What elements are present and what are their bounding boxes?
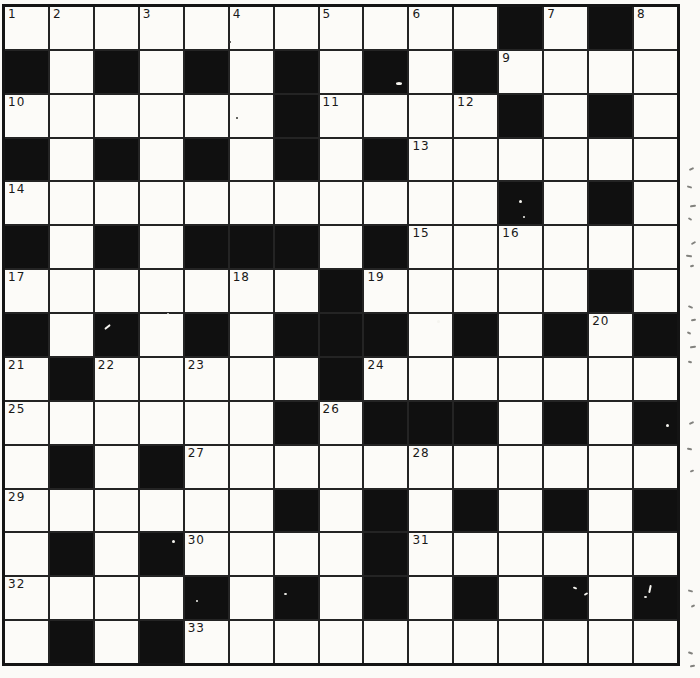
cell-r2c10[interactable] xyxy=(409,51,452,93)
scan-mark xyxy=(689,167,694,171)
scan-dot xyxy=(229,41,231,43)
scan-speck xyxy=(167,313,169,315)
cell-r15c12[interactable] xyxy=(499,621,542,663)
cell-r8c7 xyxy=(275,314,318,356)
cell-r1c13[interactable]: 7 xyxy=(544,7,587,49)
cell-r15c10[interactable] xyxy=(409,621,452,663)
scan-speck xyxy=(519,200,522,203)
cell-r1c4[interactable]: 3 xyxy=(140,7,183,49)
cell-r3c6[interactable] xyxy=(230,95,273,137)
cell-r4c12[interactable] xyxy=(499,139,542,181)
crossword-board: 1234567891011121314151617181920212223242… xyxy=(2,4,680,666)
cell-r11c3[interactable] xyxy=(95,446,138,488)
cell-r1c9[interactable] xyxy=(364,7,407,49)
cell-r3c4[interactable] xyxy=(140,95,183,137)
cell-r12c3[interactable] xyxy=(95,490,138,532)
clue-number: 28 xyxy=(412,447,429,460)
scan-mark xyxy=(691,319,696,322)
scan-mark xyxy=(687,448,692,451)
cell-r5c15[interactable] xyxy=(634,182,677,224)
cell-r14c6[interactable] xyxy=(230,577,273,619)
scan-speck xyxy=(437,320,440,323)
scan-mark xyxy=(687,185,692,188)
cell-r14c10[interactable] xyxy=(409,577,452,619)
clue-number: 23 xyxy=(188,359,205,372)
cell-r12c1[interactable]: 29 xyxy=(5,490,48,532)
clue-number: 6 xyxy=(412,8,421,21)
cell-r7c11[interactable] xyxy=(454,270,497,312)
clue-number: 21 xyxy=(8,359,25,372)
cell-r5c10[interactable] xyxy=(409,182,452,224)
cell-r3c3[interactable] xyxy=(95,95,138,137)
cell-r7c9[interactable]: 19 xyxy=(364,270,407,312)
cell-r14c3[interactable] xyxy=(95,577,138,619)
cell-r5c4[interactable] xyxy=(140,182,183,224)
cell-r8c4[interactable] xyxy=(140,314,183,356)
cell-r12c10[interactable] xyxy=(409,490,452,532)
cell-r14c2[interactable] xyxy=(50,577,93,619)
clue-number: 13 xyxy=(412,140,429,153)
cell-r2c5 xyxy=(185,51,228,93)
cell-r5c6[interactable] xyxy=(230,182,273,224)
clue-number: 27 xyxy=(188,447,205,460)
scan-mark xyxy=(690,204,696,207)
cell-r2c14[interactable] xyxy=(589,51,632,93)
cell-r7c8 xyxy=(320,270,363,312)
cell-r1c7[interactable] xyxy=(275,7,318,49)
cell-r12c4[interactable] xyxy=(140,490,183,532)
cell-r15c6[interactable] xyxy=(230,621,273,663)
cell-r12c15 xyxy=(634,490,677,532)
cell-r2c3 xyxy=(95,51,138,93)
cell-r6c8[interactable] xyxy=(320,226,363,268)
cell-r8c14[interactable]: 20 xyxy=(589,314,632,356)
clue-number: 30 xyxy=(188,534,205,547)
cell-r1c11[interactable] xyxy=(454,7,497,49)
cell-r8c1 xyxy=(5,314,48,356)
cell-r4c5 xyxy=(185,139,228,181)
cell-r9c6[interactable] xyxy=(230,358,273,400)
cell-r10c2[interactable] xyxy=(50,402,93,444)
clue-number: 3 xyxy=(143,8,152,21)
cell-r8c6[interactable] xyxy=(230,314,273,356)
cell-r10c12[interactable] xyxy=(499,402,542,444)
cell-r15c9[interactable] xyxy=(364,621,407,663)
cell-r11c14[interactable] xyxy=(589,446,632,488)
cell-r8c9 xyxy=(364,314,407,356)
cell-r13c12[interactable] xyxy=(499,533,542,575)
cell-r13c1[interactable] xyxy=(5,533,48,575)
cell-r10c10 xyxy=(409,402,452,444)
cell-r13c10[interactable]: 31 xyxy=(409,533,452,575)
cell-r6c1 xyxy=(5,226,48,268)
scan-mark xyxy=(686,255,692,258)
cell-r9c3[interactable]: 22 xyxy=(95,358,138,400)
scan-mark xyxy=(690,469,694,472)
scan-speck xyxy=(196,600,198,602)
scan-mark xyxy=(688,217,692,221)
cell-r6c9 xyxy=(364,226,407,268)
clue-number: 8 xyxy=(637,8,646,21)
clue-number: 24 xyxy=(367,359,384,372)
cell-r4c2[interactable] xyxy=(50,139,93,181)
cell-r2c2[interactable] xyxy=(50,51,93,93)
cell-r6c15[interactable] xyxy=(634,226,677,268)
scan-mark xyxy=(690,264,694,267)
cell-r5c2[interactable] xyxy=(50,182,93,224)
clue-number: 32 xyxy=(8,578,25,591)
cell-r5c9[interactable] xyxy=(364,182,407,224)
cell-r11c8[interactable] xyxy=(320,446,363,488)
cell-r9c8 xyxy=(320,358,363,400)
cell-r3c5[interactable] xyxy=(185,95,228,137)
clue-number: 10 xyxy=(8,96,25,109)
scan-speck xyxy=(523,216,525,218)
cell-r11c4 xyxy=(140,446,183,488)
cell-r1c5[interactable] xyxy=(185,7,228,49)
clue-number: 12 xyxy=(457,96,474,109)
cell-r7c7[interactable] xyxy=(275,270,318,312)
clue-number: 31 xyxy=(412,534,429,547)
scan-dot xyxy=(236,117,238,119)
cell-r10c11 xyxy=(454,402,497,444)
cell-r12c11 xyxy=(454,490,497,532)
cell-r12c5[interactable] xyxy=(185,490,228,532)
cell-r5c8[interactable] xyxy=(320,182,363,224)
cell-r14c9 xyxy=(364,577,407,619)
cell-r15c2 xyxy=(50,621,93,663)
cell-r10c6[interactable] xyxy=(230,402,273,444)
scan-mark xyxy=(688,360,692,363)
cell-r13c13[interactable] xyxy=(544,533,587,575)
cell-r10c4[interactable] xyxy=(140,402,183,444)
cell-r9c5[interactable]: 23 xyxy=(185,358,228,400)
cell-r3c9[interactable] xyxy=(364,95,407,137)
scan-speck xyxy=(666,424,669,427)
cell-r8c8 xyxy=(320,314,363,356)
cell-r2c12[interactable]: 9 xyxy=(499,51,542,93)
cell-r6c13[interactable] xyxy=(544,226,587,268)
cell-r12c13 xyxy=(544,490,587,532)
cell-r1c14 xyxy=(589,7,632,49)
clue-number: 22 xyxy=(98,359,115,372)
scan-speck xyxy=(644,596,647,598)
cell-r15c4 xyxy=(140,621,183,663)
cell-r13c15[interactable] xyxy=(634,533,677,575)
cell-r4c7 xyxy=(275,139,318,181)
cell-r6c14[interactable] xyxy=(589,226,632,268)
cell-r2c6[interactable] xyxy=(230,51,273,93)
scan-mark xyxy=(690,346,696,349)
cell-r15c5[interactable]: 33 xyxy=(185,621,228,663)
cell-r6c5 xyxy=(185,226,228,268)
cell-r2c8[interactable] xyxy=(320,51,363,93)
cell-r9c9[interactable]: 24 xyxy=(364,358,407,400)
cell-r13c8[interactable] xyxy=(320,533,363,575)
cell-r14c12[interactable] xyxy=(499,577,542,619)
cell-r5c7[interactable] xyxy=(275,182,318,224)
scan-mark xyxy=(691,604,695,608)
clue-number: 26 xyxy=(323,403,340,416)
cell-r15c13[interactable] xyxy=(544,621,587,663)
cell-r11c9[interactable] xyxy=(364,446,407,488)
cell-r9c15[interactable] xyxy=(634,358,677,400)
cell-r14c1[interactable]: 32 xyxy=(5,577,48,619)
clue-number: 33 xyxy=(188,622,205,635)
cell-r12c7 xyxy=(275,490,318,532)
cell-r6c10[interactable]: 15 xyxy=(409,226,452,268)
cell-r10c13 xyxy=(544,402,587,444)
cell-r3c2[interactable] xyxy=(50,95,93,137)
cell-r13c4 xyxy=(140,533,183,575)
scan-speck xyxy=(396,82,402,85)
cell-r7c4[interactable] xyxy=(140,270,183,312)
cell-r1c6[interactable]: 4 xyxy=(230,7,273,49)
clue-number: 11 xyxy=(323,96,340,109)
scan-speck xyxy=(172,540,175,543)
cell-r15c1[interactable] xyxy=(5,621,48,663)
cell-r10c5[interactable] xyxy=(185,402,228,444)
cell-r12c9 xyxy=(364,490,407,532)
cell-r4c10[interactable]: 13 xyxy=(409,139,452,181)
cell-r7c10[interactable] xyxy=(409,270,452,312)
cell-r10c15 xyxy=(634,402,677,444)
cell-r5c13[interactable] xyxy=(544,182,587,224)
cell-r13c3[interactable] xyxy=(95,533,138,575)
cell-r12c14[interactable] xyxy=(589,490,632,532)
cell-r11c15[interactable] xyxy=(634,446,677,488)
scan-speck xyxy=(284,593,287,595)
clue-number: 16 xyxy=(502,227,519,240)
cell-r14c8[interactable] xyxy=(320,577,363,619)
cell-r15c15[interactable] xyxy=(634,621,677,663)
cell-r14c7 xyxy=(275,577,318,619)
cell-r13c9 xyxy=(364,533,407,575)
clue-number: 15 xyxy=(412,227,429,240)
cell-r8c5 xyxy=(185,314,228,356)
cell-r10c8[interactable]: 26 xyxy=(320,402,363,444)
cell-r9c2 xyxy=(50,358,93,400)
cell-r2c11 xyxy=(454,51,497,93)
clue-number: 25 xyxy=(8,403,25,416)
cell-r8c11 xyxy=(454,314,497,356)
cell-r1c15[interactable]: 8 xyxy=(634,7,677,49)
cell-r9c12[interactable] xyxy=(499,358,542,400)
cell-r6c6 xyxy=(230,226,273,268)
clue-number: 19 xyxy=(367,271,384,284)
cell-r5c5[interactable] xyxy=(185,182,228,224)
cell-r9c10[interactable] xyxy=(409,358,452,400)
cell-r7c15[interactable] xyxy=(634,270,677,312)
cell-r7c5[interactable] xyxy=(185,270,228,312)
cell-r2c15[interactable] xyxy=(634,51,677,93)
cell-r7c12[interactable] xyxy=(499,270,542,312)
cell-r3c12 xyxy=(499,95,542,137)
cell-r7c14 xyxy=(589,270,632,312)
cell-r1c2[interactable]: 2 xyxy=(50,7,93,49)
cell-r12c6[interactable] xyxy=(230,490,273,532)
cell-r13c11[interactable] xyxy=(454,533,497,575)
cell-r2c1 xyxy=(5,51,48,93)
scan-mark xyxy=(690,665,695,668)
cell-r15c8[interactable] xyxy=(320,621,363,663)
cell-r11c7[interactable] xyxy=(275,446,318,488)
scan-mark xyxy=(687,331,691,335)
clue-number: 29 xyxy=(8,491,25,504)
cell-r13c2 xyxy=(50,533,93,575)
clue-number: 20 xyxy=(592,315,609,328)
cell-r3c10[interactable] xyxy=(409,95,452,137)
cell-r1c1[interactable]: 1 xyxy=(5,7,48,49)
cell-r6c3 xyxy=(95,226,138,268)
cell-r9c1[interactable]: 21 xyxy=(5,358,48,400)
cell-r7c1[interactable]: 17 xyxy=(5,270,48,312)
clue-number: 18 xyxy=(233,271,250,284)
cell-r8c12[interactable] xyxy=(499,314,542,356)
cell-r4c6[interactable] xyxy=(230,139,273,181)
cell-r15c7[interactable] xyxy=(275,621,318,663)
cell-r4c4[interactable] xyxy=(140,139,183,181)
clue-number: 17 xyxy=(8,271,25,284)
cell-r3c1[interactable]: 10 xyxy=(5,95,48,137)
cell-r8c13 xyxy=(544,314,587,356)
cell-r7c2[interactable] xyxy=(50,270,93,312)
cell-r4c15[interactable] xyxy=(634,139,677,181)
cell-r5c12 xyxy=(499,182,542,224)
cell-r5c11[interactable] xyxy=(454,182,497,224)
clue-number: 2 xyxy=(53,8,62,21)
cell-r6c12[interactable]: 16 xyxy=(499,226,542,268)
scanned-crossword-page: 1234567891011121314151617181920212223242… xyxy=(0,0,700,678)
cell-r13c14[interactable] xyxy=(589,533,632,575)
scan-mark xyxy=(688,651,693,655)
cell-r2c7 xyxy=(275,51,318,93)
cell-r5c14 xyxy=(589,182,632,224)
cell-r3c14 xyxy=(589,95,632,137)
cell-r10c7 xyxy=(275,402,318,444)
cell-r7c13[interactable] xyxy=(544,270,587,312)
cell-r8c3 xyxy=(95,314,138,356)
cell-r10c9 xyxy=(364,402,407,444)
cell-r14c11 xyxy=(454,577,497,619)
cell-r4c13[interactable] xyxy=(544,139,587,181)
cell-r3c8[interactable]: 11 xyxy=(320,95,363,137)
clue-number: 7 xyxy=(547,8,556,21)
clue-number: 4 xyxy=(233,8,242,21)
cell-r6c7 xyxy=(275,226,318,268)
cell-r14c4[interactable] xyxy=(140,577,183,619)
cell-r14c15 xyxy=(634,577,677,619)
cell-r11c11[interactable] xyxy=(454,446,497,488)
cell-r10c14[interactable] xyxy=(589,402,632,444)
cell-r4c3 xyxy=(95,139,138,181)
cell-r2c9 xyxy=(364,51,407,93)
cell-r9c11[interactable] xyxy=(454,358,497,400)
cell-r9c14[interactable] xyxy=(589,358,632,400)
cell-r15c3[interactable] xyxy=(95,621,138,663)
cell-r15c11[interactable] xyxy=(454,621,497,663)
cell-r4c11[interactable] xyxy=(454,139,497,181)
cell-r1c8[interactable]: 5 xyxy=(320,7,363,49)
cell-r2c13[interactable] xyxy=(544,51,587,93)
cell-r7c6[interactable]: 18 xyxy=(230,270,273,312)
cell-r12c12[interactable] xyxy=(499,490,542,532)
cell-r12c8[interactable] xyxy=(320,490,363,532)
cell-r3c7 xyxy=(275,95,318,137)
cell-r12c2[interactable] xyxy=(50,490,93,532)
cell-r10c1[interactable]: 25 xyxy=(5,402,48,444)
cell-r4c14[interactable] xyxy=(589,139,632,181)
cell-r3c15[interactable] xyxy=(634,95,677,137)
cell-r5c3[interactable] xyxy=(95,182,138,224)
cell-r3c11[interactable]: 12 xyxy=(454,95,497,137)
cell-r13c5[interactable]: 30 xyxy=(185,533,228,575)
cell-r14c14[interactable] xyxy=(589,577,632,619)
cell-r4c9 xyxy=(364,139,407,181)
cell-r8c15 xyxy=(634,314,677,356)
cell-r6c2[interactable] xyxy=(50,226,93,268)
cell-r15c14[interactable] xyxy=(589,621,632,663)
cell-r4c1 xyxy=(5,139,48,181)
cell-r1c3[interactable] xyxy=(95,7,138,49)
cell-r6c11[interactable] xyxy=(454,226,497,268)
clue-number: 9 xyxy=(502,52,511,65)
cell-r1c10[interactable]: 6 xyxy=(409,7,452,49)
scan-mark xyxy=(689,421,694,425)
cell-r7c3[interactable] xyxy=(95,270,138,312)
cell-r8c2[interactable] xyxy=(50,314,93,356)
clue-number: 5 xyxy=(323,8,332,21)
cell-r11c1[interactable] xyxy=(5,446,48,488)
cell-r11c13[interactable] xyxy=(544,446,587,488)
cell-r4c8[interactable] xyxy=(320,139,363,181)
cell-r6c4[interactable] xyxy=(140,226,183,268)
scan-mark xyxy=(688,305,693,309)
scan-mark xyxy=(691,241,696,245)
cell-r11c6[interactable] xyxy=(230,446,273,488)
clue-number: 14 xyxy=(8,183,25,196)
cell-r9c4[interactable] xyxy=(140,358,183,400)
cell-r2c4[interactable] xyxy=(140,51,183,93)
cell-r14c5 xyxy=(185,577,228,619)
cell-r13c6[interactable] xyxy=(230,533,273,575)
scan-mark xyxy=(688,589,693,592)
cell-r9c7[interactable] xyxy=(275,358,318,400)
cell-r11c10[interactable]: 28 xyxy=(409,446,452,488)
cell-r11c2 xyxy=(50,446,93,488)
cell-r1c12 xyxy=(499,7,542,49)
clue-number: 1 xyxy=(8,8,17,21)
cell-r13c7[interactable] xyxy=(275,533,318,575)
cell-r3c13[interactable] xyxy=(544,95,587,137)
cell-r9c13[interactable] xyxy=(544,358,587,400)
cell-r11c12[interactable] xyxy=(499,446,542,488)
cell-r5c1[interactable]: 14 xyxy=(5,182,48,224)
cell-r10c3[interactable] xyxy=(95,402,138,444)
cell-r14c13 xyxy=(544,577,587,619)
cell-r8c10[interactable] xyxy=(409,314,452,356)
cell-r11c5[interactable]: 27 xyxy=(185,446,228,488)
